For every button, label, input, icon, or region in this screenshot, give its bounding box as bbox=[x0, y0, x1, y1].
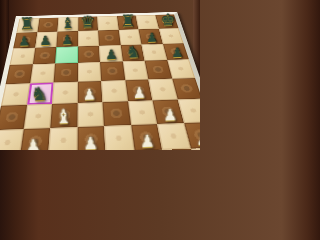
square-f4[interactable]: ♟ bbox=[125, 79, 153, 101]
square-d8[interactable]: ♛ bbox=[78, 17, 98, 31]
square-a8[interactable]: ♜ bbox=[17, 18, 40, 32]
piece-white-pawn-b2[interactable]: ♟ bbox=[26, 137, 42, 150]
square-h7[interactable] bbox=[158, 28, 183, 44]
piece-white-pawn-f4[interactable]: ♟ bbox=[133, 85, 147, 100]
chess-board[interactable]: ♜♝♛♜♚♟♟♟♟♟♞♟♞♟♟♝♟♟♟♟♟ bbox=[0, 15, 200, 150]
piece-black-knight-b4[interactable]: ♞ bbox=[31, 85, 48, 104]
square-e2[interactable] bbox=[104, 125, 134, 150]
piece-black-pawn-c7[interactable]: ♟ bbox=[61, 33, 73, 46]
piece-black-queen-d8[interactable]: ♛ bbox=[80, 14, 95, 31]
piece-black-rook-f8[interactable]: ♜ bbox=[120, 12, 135, 29]
piece-white-pawn-d4[interactable]: ♟ bbox=[83, 86, 97, 101]
piece-white-bishop-c3[interactable]: ♝ bbox=[54, 106, 72, 126]
square-b5[interactable] bbox=[30, 64, 55, 84]
square-e8[interactable] bbox=[97, 16, 118, 30]
square-c5[interactable] bbox=[54, 63, 78, 83]
piece-white-pawn-h2[interactable]: ♟ bbox=[196, 130, 200, 147]
square-a7[interactable]: ♟ bbox=[13, 32, 37, 48]
square-d3[interactable] bbox=[77, 102, 104, 127]
piece-white-pawn-f2[interactable]: ♟ bbox=[140, 132, 156, 149]
square-h6[interactable]: ♟ bbox=[162, 43, 188, 60]
piece-black-pawn-g7[interactable]: ♟ bbox=[146, 31, 158, 44]
square-a5[interactable] bbox=[6, 64, 33, 84]
piece-black-pawn-b7[interactable]: ♟ bbox=[39, 34, 51, 47]
square-c7[interactable]: ♟ bbox=[56, 31, 78, 47]
square-b4[interactable]: ♞ bbox=[27, 83, 54, 105]
square-c6[interactable] bbox=[55, 46, 78, 64]
game-scene: ♜♝♛♜♚♟♟♟♟♟♞♟♞♟♟♝♟♟♟♟♟ bbox=[0, 0, 200, 150]
square-d6[interactable] bbox=[78, 46, 100, 63]
square-f8[interactable]: ♜ bbox=[117, 16, 139, 30]
square-c8[interactable]: ♝ bbox=[57, 17, 77, 31]
square-d2[interactable]: ♟ bbox=[77, 126, 106, 150]
square-e4[interactable] bbox=[101, 80, 127, 102]
piece-black-pawn-e6[interactable]: ♟ bbox=[105, 48, 117, 62]
square-h5[interactable] bbox=[167, 60, 195, 79]
piece-black-rook-a8[interactable]: ♜ bbox=[19, 15, 34, 32]
square-b8[interactable] bbox=[37, 18, 58, 32]
square-g7[interactable]: ♟ bbox=[138, 29, 162, 45]
piece-white-pawn-d2[interactable]: ♟ bbox=[83, 135, 99, 150]
square-e5[interactable] bbox=[100, 62, 125, 81]
square-c4[interactable] bbox=[52, 82, 77, 104]
square-g4[interactable] bbox=[148, 79, 177, 101]
square-d5[interactable] bbox=[77, 62, 101, 81]
board-rim: ♜♝♛♜♚♟♟♟♟♟♞♟♞♟♟♝♟♟♟♟♟ bbox=[0, 12, 200, 150]
square-d4[interactable]: ♟ bbox=[77, 81, 102, 103]
piece-black-knight-f6[interactable]: ♞ bbox=[126, 44, 141, 61]
square-e7[interactable] bbox=[98, 30, 120, 46]
square-b7[interactable]: ♟ bbox=[35, 32, 58, 48]
piece-white-pawn-g3[interactable]: ♟ bbox=[162, 106, 177, 122]
square-e3[interactable] bbox=[102, 101, 130, 126]
square-b6[interactable] bbox=[32, 47, 56, 65]
square-h1[interactable] bbox=[190, 148, 200, 150]
piece-black-bishop-c8[interactable]: ♝ bbox=[61, 16, 75, 31]
square-c3[interactable]: ♝ bbox=[50, 103, 77, 128]
piece-black-king-h8[interactable]: ♚ bbox=[161, 11, 176, 28]
square-h4[interactable] bbox=[172, 78, 200, 99]
square-h8[interactable]: ♚ bbox=[155, 15, 179, 29]
piece-black-pawn-a7[interactable]: ♟ bbox=[18, 34, 30, 47]
square-b2[interactable]: ♟ bbox=[19, 128, 50, 150]
square-a4[interactable] bbox=[1, 83, 30, 105]
piece-black-pawn-h6[interactable]: ♟ bbox=[171, 46, 183, 60]
square-e6[interactable]: ♟ bbox=[99, 45, 122, 62]
square-b3[interactable] bbox=[23, 104, 52, 129]
board-perspective-wrapper: ♜♝♛♜♚♟♟♟♟♟♞♟♞♟♟♝♟♟♟♟♟ bbox=[0, 0, 200, 150]
square-c2[interactable] bbox=[48, 127, 77, 150]
square-a6[interactable] bbox=[10, 47, 35, 65]
square-d7[interactable] bbox=[78, 30, 99, 46]
